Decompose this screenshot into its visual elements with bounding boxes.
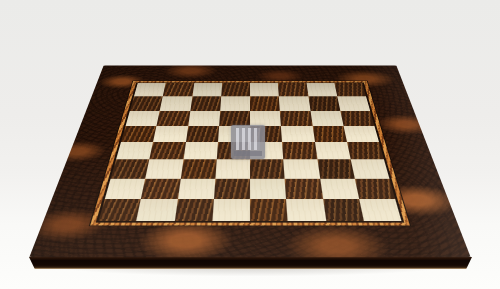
square-g8[interactable]	[306, 83, 337, 96]
square-f2[interactable]	[285, 178, 323, 198]
watermark	[231, 125, 265, 159]
square-c1[interactable]	[174, 199, 213, 221]
square-h5[interactable]	[343, 126, 379, 142]
square-a1[interactable]	[99, 199, 142, 221]
square-f7[interactable]	[279, 97, 310, 111]
square-b6[interactable]	[157, 111, 190, 126]
square-g1[interactable]	[323, 199, 364, 221]
square-b3[interactable]	[145, 159, 183, 178]
square-g4[interactable]	[315, 142, 351, 159]
square-a4[interactable]	[116, 142, 153, 159]
square-h2[interactable]	[355, 178, 396, 198]
square-b2[interactable]	[141, 178, 180, 198]
square-a8[interactable]	[134, 83, 166, 96]
chess-board	[29, 66, 470, 258]
square-f4[interactable]	[282, 142, 317, 159]
square-g7[interactable]	[308, 97, 340, 111]
square-c7[interactable]	[190, 97, 221, 111]
square-a7[interactable]	[130, 97, 163, 111]
watermark-base	[234, 151, 262, 156]
square-e6[interactable]	[250, 111, 281, 126]
square-c5[interactable]	[186, 126, 219, 142]
square-d2[interactable]	[214, 178, 250, 198]
square-a2[interactable]	[105, 178, 146, 198]
square-d6[interactable]	[219, 111, 250, 126]
square-b1[interactable]	[136, 199, 177, 221]
square-b4[interactable]	[150, 142, 186, 159]
square-d3[interactable]	[215, 159, 250, 178]
square-f6[interactable]	[280, 111, 312, 126]
square-h8[interactable]	[334, 83, 366, 96]
square-g5[interactable]	[312, 126, 347, 142]
square-c2[interactable]	[177, 178, 215, 198]
square-h4[interactable]	[347, 142, 384, 159]
square-c4[interactable]	[183, 142, 218, 159]
square-a5[interactable]	[121, 126, 157, 142]
watermark-stripes	[236, 128, 260, 150]
square-c3[interactable]	[180, 159, 216, 178]
square-f3[interactable]	[283, 159, 319, 178]
square-e3[interactable]	[250, 159, 285, 178]
square-a6[interactable]	[126, 111, 160, 126]
square-b5[interactable]	[153, 126, 188, 142]
square-c8[interactable]	[192, 83, 222, 96]
square-e2[interactable]	[250, 178, 286, 198]
square-c6[interactable]	[188, 111, 220, 126]
square-f5[interactable]	[281, 126, 314, 142]
square-a3[interactable]	[111, 159, 150, 178]
board-side-edge	[29, 257, 472, 269]
scene	[0, 0, 500, 289]
square-h1[interactable]	[359, 199, 402, 221]
square-h7[interactable]	[337, 97, 370, 111]
square-e7[interactable]	[250, 97, 280, 111]
square-h3[interactable]	[350, 159, 389, 178]
square-f8[interactable]	[278, 83, 308, 96]
square-b8[interactable]	[163, 83, 194, 96]
square-e1[interactable]	[250, 199, 288, 221]
square-g3[interactable]	[317, 159, 355, 178]
square-d1[interactable]	[212, 199, 250, 221]
square-h6[interactable]	[340, 111, 374, 126]
square-f1[interactable]	[286, 199, 325, 221]
square-g2[interactable]	[320, 178, 359, 198]
square-b7[interactable]	[160, 97, 192, 111]
square-g6[interactable]	[310, 111, 343, 126]
square-e8[interactable]	[250, 83, 279, 96]
square-d7[interactable]	[220, 97, 250, 111]
square-d8[interactable]	[221, 83, 250, 96]
